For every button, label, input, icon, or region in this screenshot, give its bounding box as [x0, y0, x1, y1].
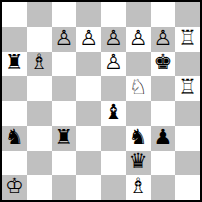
- square-a8[interactable]: [2, 2, 27, 27]
- white-rook-piece: ♖: [178, 77, 197, 98]
- square-g3[interactable]: ♟: [151, 126, 176, 151]
- square-f7[interactable]: ♙: [126, 27, 151, 52]
- square-d2[interactable]: [76, 151, 101, 176]
- square-h3[interactable]: [175, 126, 200, 151]
- square-b7[interactable]: [27, 27, 52, 52]
- square-c7[interactable]: ♙: [52, 27, 77, 52]
- square-e3[interactable]: [101, 126, 126, 151]
- square-f3[interactable]: ♞: [126, 126, 151, 151]
- square-d7[interactable]: ♙: [76, 27, 101, 52]
- white-bishop-piece: ♗: [129, 176, 148, 197]
- square-b4[interactable]: [27, 101, 52, 126]
- square-g7[interactable]: ♙: [151, 27, 176, 52]
- square-c4[interactable]: [52, 101, 77, 126]
- black-knight-piece: ♞: [129, 127, 148, 148]
- square-f4[interactable]: [126, 101, 151, 126]
- square-a1[interactable]: ♔: [2, 175, 27, 200]
- square-c1[interactable]: [52, 175, 77, 200]
- square-h2[interactable]: [175, 151, 200, 176]
- square-a2[interactable]: [2, 151, 27, 176]
- square-f5[interactable]: ♘: [126, 76, 151, 101]
- square-g4[interactable]: [151, 101, 176, 126]
- square-h5[interactable]: ♖: [175, 76, 200, 101]
- square-b5[interactable]: [27, 76, 52, 101]
- square-h7[interactable]: ♖: [175, 27, 200, 52]
- square-b8[interactable]: [27, 2, 52, 27]
- square-b3[interactable]: [27, 126, 52, 151]
- black-rook-piece: ♜: [5, 52, 24, 73]
- square-e6[interactable]: ♙: [101, 52, 126, 77]
- square-f8[interactable]: [126, 2, 151, 27]
- white-pawn-piece: ♙: [129, 28, 148, 49]
- square-e8[interactable]: [101, 2, 126, 27]
- black-bishop-piece: ♝: [104, 102, 123, 123]
- chess-board: ♙♙♙♙♙♖♜♗♙♚♘♖♝♞♜♞♟♛♔♗: [2, 2, 200, 200]
- square-h1[interactable]: [175, 175, 200, 200]
- square-g2[interactable]: [151, 151, 176, 176]
- square-c2[interactable]: [52, 151, 77, 176]
- square-d5[interactable]: [76, 76, 101, 101]
- square-c6[interactable]: [52, 52, 77, 77]
- black-rook-piece: ♜: [54, 127, 73, 148]
- square-a7[interactable]: [2, 27, 27, 52]
- square-d6[interactable]: [76, 52, 101, 77]
- square-f1[interactable]: ♗: [126, 175, 151, 200]
- square-e5[interactable]: [101, 76, 126, 101]
- white-pawn-piece: ♙: [54, 28, 73, 49]
- square-g8[interactable]: [151, 2, 176, 27]
- square-a5[interactable]: [2, 76, 27, 101]
- chess-board-frame: ♙♙♙♙♙♖♜♗♙♚♘♖♝♞♜♞♟♛♔♗: [0, 0, 202, 202]
- square-a3[interactable]: ♞: [2, 126, 27, 151]
- square-b2[interactable]: [27, 151, 52, 176]
- square-h4[interactable]: [175, 101, 200, 126]
- square-g1[interactable]: [151, 175, 176, 200]
- square-b6[interactable]: ♗: [27, 52, 52, 77]
- white-pawn-piece: ♙: [104, 28, 123, 49]
- black-pawn-piece: ♟: [153, 127, 172, 148]
- white-bishop-piece: ♗: [30, 52, 49, 73]
- white-pawn-piece: ♙: [79, 28, 98, 49]
- square-d1[interactable]: [76, 175, 101, 200]
- square-a4[interactable]: [2, 101, 27, 126]
- white-pawn-piece: ♙: [104, 52, 123, 73]
- black-queen-piece: ♛: [129, 151, 148, 172]
- square-e7[interactable]: ♙: [101, 27, 126, 52]
- black-knight-piece: ♞: [5, 127, 24, 148]
- square-f6[interactable]: [126, 52, 151, 77]
- square-e4[interactable]: ♝: [101, 101, 126, 126]
- square-f2[interactable]: ♛: [126, 151, 151, 176]
- black-king-piece: ♚: [153, 52, 172, 73]
- white-king-piece: ♔: [5, 176, 24, 197]
- square-e2[interactable]: [101, 151, 126, 176]
- square-d8[interactable]: [76, 2, 101, 27]
- square-c3[interactable]: ♜: [52, 126, 77, 151]
- square-e1[interactable]: [101, 175, 126, 200]
- square-d4[interactable]: [76, 101, 101, 126]
- square-a6[interactable]: ♜: [2, 52, 27, 77]
- square-d3[interactable]: [76, 126, 101, 151]
- white-knight-piece: ♘: [129, 77, 148, 98]
- square-b1[interactable]: [27, 175, 52, 200]
- square-c5[interactable]: [52, 76, 77, 101]
- square-h6[interactable]: [175, 52, 200, 77]
- square-g5[interactable]: [151, 76, 176, 101]
- square-h8[interactable]: [175, 2, 200, 27]
- white-rook-piece: ♖: [178, 28, 197, 49]
- square-g6[interactable]: ♚: [151, 52, 176, 77]
- square-c8[interactable]: [52, 2, 77, 27]
- white-pawn-piece: ♙: [153, 28, 172, 49]
